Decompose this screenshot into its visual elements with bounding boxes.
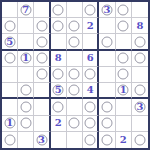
cell-r2c8[interactable] [116, 18, 132, 34]
given-digit: 5 [55, 85, 62, 95]
odd-circle-icon [69, 36, 80, 47]
cell-r2c9[interactable]: 8 [132, 18, 148, 34]
cell-r4c8[interactable] [116, 51, 132, 67]
cell-r2c2[interactable] [18, 18, 34, 34]
cell-r7c6[interactable] [83, 99, 99, 115]
cell-r2c4[interactable] [51, 18, 67, 34]
cell-r7c7[interactable] [99, 99, 115, 115]
cell-r8c3[interactable] [34, 116, 50, 132]
cell-r2c3[interactable] [34, 18, 50, 34]
odd-circle-icon [69, 118, 80, 129]
odd-circle-icon [134, 36, 145, 47]
cell-r5c5[interactable] [67, 67, 83, 83]
cell-r5c1[interactable] [2, 67, 18, 83]
cell-r6c9[interactable] [132, 83, 148, 99]
cell-r4c1[interactable] [2, 51, 18, 67]
odd-circle-icon [101, 36, 112, 47]
odd-circle-icon [134, 53, 145, 64]
cell-r6c3[interactable] [34, 83, 50, 99]
cell-r5c9[interactable] [132, 67, 148, 83]
odd-circle-icon [4, 20, 15, 31]
odd-circle-icon [118, 53, 129, 64]
odd-circle-icon [69, 69, 80, 80]
odd-circle-icon [4, 53, 15, 64]
odd-circle-icon [20, 101, 31, 112]
cell-r4c7[interactable] [99, 51, 115, 67]
cell-r8c5[interactable] [67, 116, 83, 132]
cell-r7c1[interactable] [2, 99, 18, 115]
odd-circle-icon [53, 4, 64, 15]
cell-r5c6[interactable] [83, 67, 99, 83]
given-digit: 1 [120, 85, 127, 95]
cell-r7c2[interactable] [18, 99, 34, 115]
given-digit: 1 [6, 118, 13, 128]
cell-r2c6[interactable]: 2 [83, 18, 99, 34]
odd-circle-icon [85, 69, 96, 80]
cell-r8c6[interactable] [83, 116, 99, 132]
cell-r8c4[interactable]: 2 [51, 116, 67, 132]
cell-r8c1[interactable]: 1 [2, 116, 18, 132]
cell-r3c4[interactable] [51, 34, 67, 50]
cell-r3c1[interactable]: 5 [2, 34, 18, 50]
cell-r1c9[interactable] [132, 2, 148, 18]
odd-circle-icon [101, 101, 112, 112]
odd-circle-icon [36, 20, 47, 31]
cell-r2c5[interactable] [67, 18, 83, 34]
given-digit: 8 [136, 21, 143, 31]
odd-circle-icon [69, 85, 80, 96]
odd-circle-icon [85, 4, 96, 15]
odd-circle-icon [53, 20, 64, 31]
cell-r5c2[interactable] [18, 67, 34, 83]
cell-r3c8[interactable] [116, 34, 132, 50]
cell-r7c5[interactable] [67, 99, 83, 115]
cell-r9c6[interactable] [83, 132, 99, 148]
cell-r4c2[interactable]: 1 [18, 51, 34, 67]
cell-r2c7[interactable] [99, 18, 115, 34]
odd-circle-icon [118, 20, 129, 31]
given-digit: 2 [55, 118, 62, 128]
cell-r4c3[interactable] [34, 51, 50, 67]
cell-r7c9[interactable]: 3 [132, 99, 148, 115]
cell-r8c8[interactable] [116, 116, 132, 132]
cell-r5c7[interactable] [99, 67, 115, 83]
cell-r1c2[interactable]: 7 [18, 2, 34, 18]
given-digit: 3 [103, 5, 110, 15]
cell-r1c7[interactable]: 3 [99, 2, 115, 18]
cell-r7c4[interactable] [51, 99, 67, 115]
odd-circle-icon [69, 20, 80, 31]
odd-circle-icon [85, 118, 96, 129]
cell-r5c4[interactable] [51, 67, 67, 83]
odd-circle-icon [85, 134, 96, 145]
cell-r1c1[interactable] [2, 2, 18, 18]
cell-r9c3[interactable]: 3 [34, 132, 50, 148]
odd-circle-icon [20, 85, 31, 96]
given-digit: 5 [6, 37, 13, 47]
cell-r9c2[interactable] [18, 132, 34, 148]
cell-r5c8[interactable] [116, 67, 132, 83]
sudoku-board: 7328518654131232 [0, 0, 150, 150]
odd-circle-icon [36, 53, 47, 64]
given-digit: 3 [38, 135, 45, 145]
odd-circle-icon [53, 69, 64, 80]
cell-r3c6[interactable] [83, 34, 99, 50]
odd-circle-icon [4, 134, 15, 145]
cell-r6c2[interactable] [18, 83, 34, 99]
odd-circle-icon [36, 36, 47, 47]
odd-circle-icon [85, 101, 96, 112]
odd-circle-icon [101, 118, 112, 129]
cell-r6c6[interactable]: 4 [83, 83, 99, 99]
cell-r3c5[interactable] [67, 34, 83, 50]
given-digit: 4 [87, 85, 94, 95]
cell-r7c8[interactable] [116, 99, 132, 115]
cell-r8c9[interactable] [132, 116, 148, 132]
cell-r1c6[interactable] [83, 2, 99, 18]
cell-r2c1[interactable] [2, 18, 18, 34]
given-digit: 2 [120, 135, 127, 145]
given-digit: 2 [87, 21, 94, 31]
cell-r3c3[interactable] [34, 34, 50, 50]
given-digit: 1 [22, 53, 29, 63]
cell-r9c9[interactable] [132, 132, 148, 148]
cell-r6c4[interactable]: 5 [51, 83, 67, 99]
cell-r9c7[interactable] [99, 132, 115, 148]
odd-circle-icon [118, 4, 129, 15]
odd-circle-icon [118, 69, 129, 80]
given-digit: 8 [55, 53, 62, 63]
given-digit: 6 [87, 53, 94, 63]
cell-r1c8[interactable] [116, 2, 132, 18]
cell-r5c3[interactable] [34, 67, 50, 83]
cell-r6c8[interactable]: 1 [116, 83, 132, 99]
given-digit: 3 [136, 102, 143, 112]
cell-r6c5[interactable] [67, 83, 83, 99]
cell-r3c2[interactable] [18, 34, 34, 50]
cell-r9c5[interactable] [67, 132, 83, 148]
odd-circle-icon [36, 69, 47, 80]
cell-r8c7[interactable] [99, 116, 115, 132]
odd-circle-icon [101, 134, 112, 145]
cell-r9c1[interactable] [2, 132, 18, 148]
cell-r1c4[interactable] [51, 2, 67, 18]
cell-r3c9[interactable] [132, 34, 148, 50]
cell-r4c6[interactable]: 6 [83, 51, 99, 67]
cell-r3c7[interactable] [99, 34, 115, 50]
cell-r4c9[interactable] [132, 51, 148, 67]
odd-circle-icon [20, 118, 31, 129]
cell-r1c5[interactable] [67, 2, 83, 18]
cell-r4c4[interactable]: 8 [51, 51, 67, 67]
cell-r7c3[interactable] [34, 99, 50, 115]
cell-r6c7[interactable] [99, 83, 115, 99]
cell-r9c8[interactable]: 2 [116, 132, 132, 148]
cell-r4c5[interactable] [67, 51, 83, 67]
odd-circle-icon [53, 101, 64, 112]
cell-r1c3[interactable] [34, 2, 50, 18]
given-digit: 7 [22, 5, 29, 15]
cell-r8c2[interactable] [18, 116, 34, 132]
cell-r6c1[interactable] [2, 83, 18, 99]
odd-circle-icon [134, 85, 145, 96]
odd-circle-icon [134, 134, 145, 145]
cell-r9c4[interactable] [51, 132, 67, 148]
